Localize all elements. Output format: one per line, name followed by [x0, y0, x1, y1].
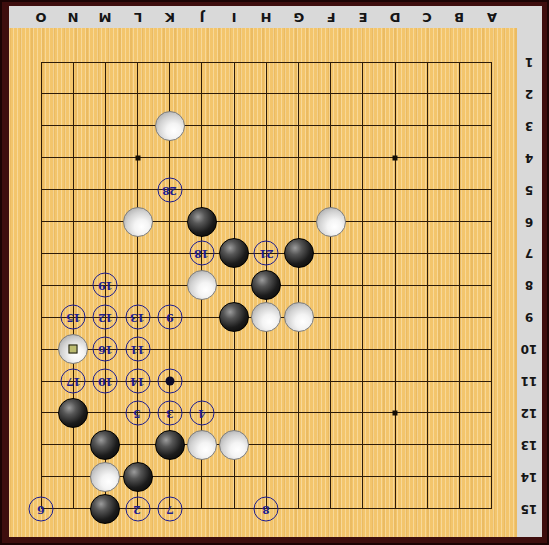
row-label: 14 [521, 471, 538, 483]
grid-line-horizontal [41, 412, 492, 413]
move-circle: 3 [157, 400, 182, 425]
move-circle: 8 [254, 496, 279, 521]
white-stone[interactable] [284, 302, 314, 332]
move-number: 14 [130, 376, 144, 387]
move-number: 3 [166, 407, 173, 418]
black-stone[interactable] [251, 270, 281, 300]
column-label: A [487, 11, 497, 24]
move-circle: 13 [125, 305, 150, 330]
move-circle: 2 [125, 496, 150, 521]
move-number: 5 [134, 407, 141, 418]
white-stone[interactable] [316, 207, 346, 237]
column-label: L [133, 11, 141, 24]
white-stone[interactable] [123, 207, 153, 237]
white-stone[interactable] [187, 270, 217, 300]
star-point [393, 155, 398, 160]
move-circle: 11 [125, 337, 150, 362]
black-stone[interactable] [219, 238, 249, 268]
grid-line-vertical [459, 62, 460, 509]
row-label: 13 [521, 439, 538, 451]
move-circle: 28 [157, 177, 182, 202]
row-label: 6 [525, 216, 533, 228]
column-label: H [261, 11, 272, 24]
row-label: 11 [521, 375, 538, 387]
move-circle: 17 [61, 369, 86, 394]
column-label: G [293, 11, 304, 24]
move-circle: 21 [254, 241, 279, 266]
black-stone[interactable] [155, 430, 185, 460]
black-stone[interactable] [187, 207, 217, 237]
move-circle: 5 [125, 400, 150, 425]
move-circle: 12 [93, 305, 118, 330]
grid-line-vertical [491, 62, 492, 509]
square-marker [69, 345, 78, 354]
column-label: I [232, 11, 237, 24]
move-number: 7 [166, 503, 173, 514]
move-number: 11 [130, 344, 144, 355]
row-label: 8 [525, 279, 533, 291]
move-circle: 9 [157, 305, 182, 330]
column-label: K [165, 11, 175, 24]
move-number: 13 [130, 312, 144, 323]
move-number: 12 [98, 312, 112, 323]
move-number: 18 [195, 248, 209, 259]
move-circle: 15 [61, 305, 86, 330]
move-number: 17 [66, 376, 80, 387]
white-stone[interactable] [187, 430, 217, 460]
star-point [135, 155, 140, 160]
white-stone[interactable] [251, 302, 281, 332]
column-label: N [68, 11, 79, 24]
grid-line-vertical [362, 62, 363, 509]
move-number: 9 [166, 312, 173, 323]
move-number: 19 [98, 280, 112, 291]
white-stone[interactable] [90, 462, 120, 492]
row-label: 9 [525, 311, 533, 323]
move-circle: 19 [93, 273, 118, 298]
row-label: 3 [525, 120, 533, 132]
move-number: 2 [134, 503, 141, 514]
board-layer: ONMLKJIHGFEDCBA1234567891011121314152345… [0, 0, 549, 545]
move-circle: 16 [93, 337, 118, 362]
black-stone[interactable] [284, 238, 314, 268]
move-number: 8 [263, 503, 270, 514]
white-stone[interactable] [219, 430, 249, 460]
column-label: B [455, 11, 465, 24]
column-label: O [35, 11, 46, 24]
row-label: 10 [521, 343, 538, 355]
column-label: E [358, 11, 367, 24]
row-label: 7 [525, 247, 533, 259]
move-number: 28 [163, 184, 177, 195]
move-circle: 10 [93, 369, 118, 394]
black-stone[interactable] [90, 430, 120, 460]
move-number: 6 [37, 503, 44, 514]
move-number: 21 [259, 248, 273, 259]
row-label: 2 [525, 88, 533, 100]
grid-line-vertical [395, 62, 396, 509]
black-stone[interactable] [219, 302, 249, 332]
row-label: 1 [525, 56, 533, 68]
move-circle: 4 [189, 400, 214, 425]
column-label: F [326, 11, 335, 24]
go-diagram-window: ONMLKJIHGFEDCBA1234567891011121314152345… [0, 0, 549, 545]
column-label: J [200, 11, 205, 24]
move-circle: 14 [125, 369, 150, 394]
black-stone[interactable] [90, 494, 120, 524]
row-label: 12 [521, 407, 538, 419]
move-circle: 18 [189, 241, 214, 266]
black-stone[interactable] [58, 398, 88, 428]
white-stone[interactable] [155, 111, 185, 141]
row-label: 15 [521, 503, 538, 515]
column-label: C [422, 11, 432, 24]
move-number: 16 [98, 344, 112, 355]
grid-line-vertical [330, 62, 331, 509]
column-label: M [99, 11, 112, 24]
filled-dot-marker [165, 377, 174, 386]
move-number: 15 [66, 312, 80, 323]
grid-line-vertical [427, 62, 428, 509]
grid-line-vertical [298, 62, 299, 509]
row-label: 4 [525, 152, 533, 164]
move-circle: 6 [29, 496, 54, 521]
star-point [393, 410, 398, 415]
move-circle: 7 [157, 496, 182, 521]
column-label: D [390, 11, 401, 24]
row-label: 5 [525, 184, 533, 196]
move-number: 10 [98, 376, 112, 387]
move-number: 4 [198, 407, 205, 418]
black-stone[interactable] [123, 462, 153, 492]
